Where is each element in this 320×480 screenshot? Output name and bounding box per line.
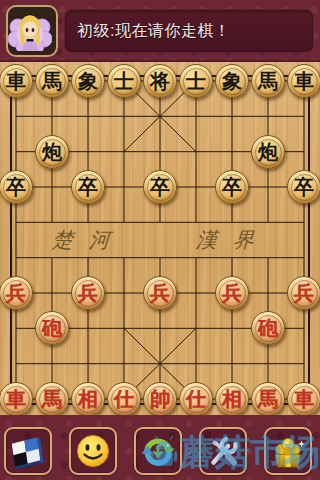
piece-glyph: 馬: [42, 71, 62, 91]
board-piece-red[interactable]: 砲: [251, 311, 285, 345]
board-piece-red[interactable]: 兵: [143, 276, 177, 310]
pieces-layer: 車馬象士将士象馬車炮炮卒卒卒卒卒兵兵兵兵兵砲砲車馬相仕帥仕相馬車: [0, 62, 320, 415]
piece-glyph: 仕: [114, 389, 134, 409]
board-piece-black[interactable]: 卒: [0, 170, 33, 204]
gift-icon: [268, 431, 308, 471]
board-piece-red[interactable]: 車: [0, 382, 33, 415]
board-piece-black[interactable]: 車: [0, 64, 33, 98]
board-piece-red[interactable]: 仕: [107, 382, 141, 415]
piece-glyph: 砲: [42, 318, 62, 338]
piece-glyph: 車: [6, 71, 26, 91]
restart-button[interactable]: [134, 427, 182, 475]
board-piece-red[interactable]: 帥: [143, 382, 177, 415]
smiley-face-icon: [73, 431, 113, 471]
board-piece-red[interactable]: 相: [215, 382, 249, 415]
board-style-button[interactable]: [4, 427, 52, 475]
piece-glyph: 帥: [150, 389, 170, 409]
piece-glyph: 卒: [78, 177, 98, 197]
board-piece-red[interactable]: 兵: [287, 276, 320, 310]
board-piece-black[interactable]: 炮: [251, 135, 285, 169]
piece-glyph: 象: [78, 71, 98, 91]
board-piece-black[interactable]: 象: [71, 64, 105, 98]
gift-button[interactable]: [264, 427, 312, 475]
board-piece-black[interactable]: 馬: [35, 64, 69, 98]
board-piece-red[interactable]: 兵: [215, 276, 249, 310]
avatar: [6, 5, 58, 57]
piece-glyph: 卒: [6, 177, 26, 197]
piece-glyph: 馬: [42, 389, 62, 409]
piece-glyph: 卒: [150, 177, 170, 197]
board-piece-black[interactable]: 卒: [143, 170, 177, 204]
piece-glyph: 将: [150, 71, 170, 91]
piece-glyph: 炮: [42, 142, 62, 162]
piece-glyph: 馬: [258, 71, 278, 91]
piece-glyph: 砲: [258, 318, 278, 338]
piece-glyph: 卒: [222, 177, 242, 197]
message-bubble: 初级:现在请你走棋！: [64, 9, 314, 53]
board-piece-red[interactable]: 兵: [71, 276, 105, 310]
bottom-toolbar: [0, 415, 320, 480]
top-bar: 初级:现在请你走棋！: [0, 0, 320, 62]
board-piece-red[interactable]: 仕: [179, 382, 213, 415]
tools-icon: [203, 431, 243, 471]
piece-glyph: 仕: [186, 389, 206, 409]
board-piece-red[interactable]: 車: [287, 382, 320, 415]
recycle-arrows-icon: [138, 431, 178, 471]
piece-glyph: 馬: [258, 389, 278, 409]
fairy-avatar-image: [8, 7, 52, 51]
piece-glyph: 兵: [78, 283, 98, 303]
piece-glyph: 車: [294, 389, 314, 409]
board-piece-red[interactable]: 砲: [35, 311, 69, 345]
piece-glyph: 兵: [294, 283, 314, 303]
piece-glyph: 卒: [294, 177, 314, 197]
xiangqi-board[interactable]: 楚河 漢界 車馬象士将士象馬車炮炮卒卒卒卒卒兵兵兵兵兵砲砲車馬相仕帥仕相馬車: [0, 62, 320, 415]
board-piece-black[interactable]: 象: [215, 64, 249, 98]
piece-glyph: 士: [186, 71, 206, 91]
piece-glyph: 炮: [258, 142, 278, 162]
piece-glyph: 兵: [222, 283, 242, 303]
piece-glyph: 士: [114, 71, 134, 91]
board-piece-black[interactable]: 士: [107, 64, 141, 98]
board-piece-red[interactable]: 馬: [251, 382, 285, 415]
settings-button[interactable]: [199, 427, 247, 475]
board-piece-black[interactable]: 馬: [251, 64, 285, 98]
board-piece-red[interactable]: 相: [71, 382, 105, 415]
piece-glyph: 車: [6, 389, 26, 409]
board-piece-black[interactable]: 卒: [287, 170, 320, 204]
smiley-button[interactable]: [69, 427, 117, 475]
board-piece-black[interactable]: 将: [143, 64, 177, 98]
piece-glyph: 兵: [150, 283, 170, 303]
board-piece-black[interactable]: 士: [179, 64, 213, 98]
board-piece-black[interactable]: 車: [287, 64, 320, 98]
piece-glyph: 車: [294, 71, 314, 91]
piece-glyph: 兵: [6, 283, 26, 303]
board-piece-red[interactable]: 馬: [35, 382, 69, 415]
checkered-board-icon: [8, 431, 48, 471]
piece-glyph: 象: [222, 71, 242, 91]
piece-glyph: 相: [222, 389, 242, 409]
status-message: 初级:现在请你走棋！: [77, 21, 230, 42]
board-piece-black[interactable]: 卒: [71, 170, 105, 204]
board-piece-black[interactable]: 炮: [35, 135, 69, 169]
app-screen: 初级:现在请你走棋！ 楚河 漢界 車馬象士将士象馬車炮炮卒卒卒卒卒兵兵兵兵兵砲砲…: [0, 0, 320, 480]
piece-glyph: 相: [78, 389, 98, 409]
board-piece-black[interactable]: 卒: [215, 170, 249, 204]
board-piece-red[interactable]: 兵: [0, 276, 33, 310]
